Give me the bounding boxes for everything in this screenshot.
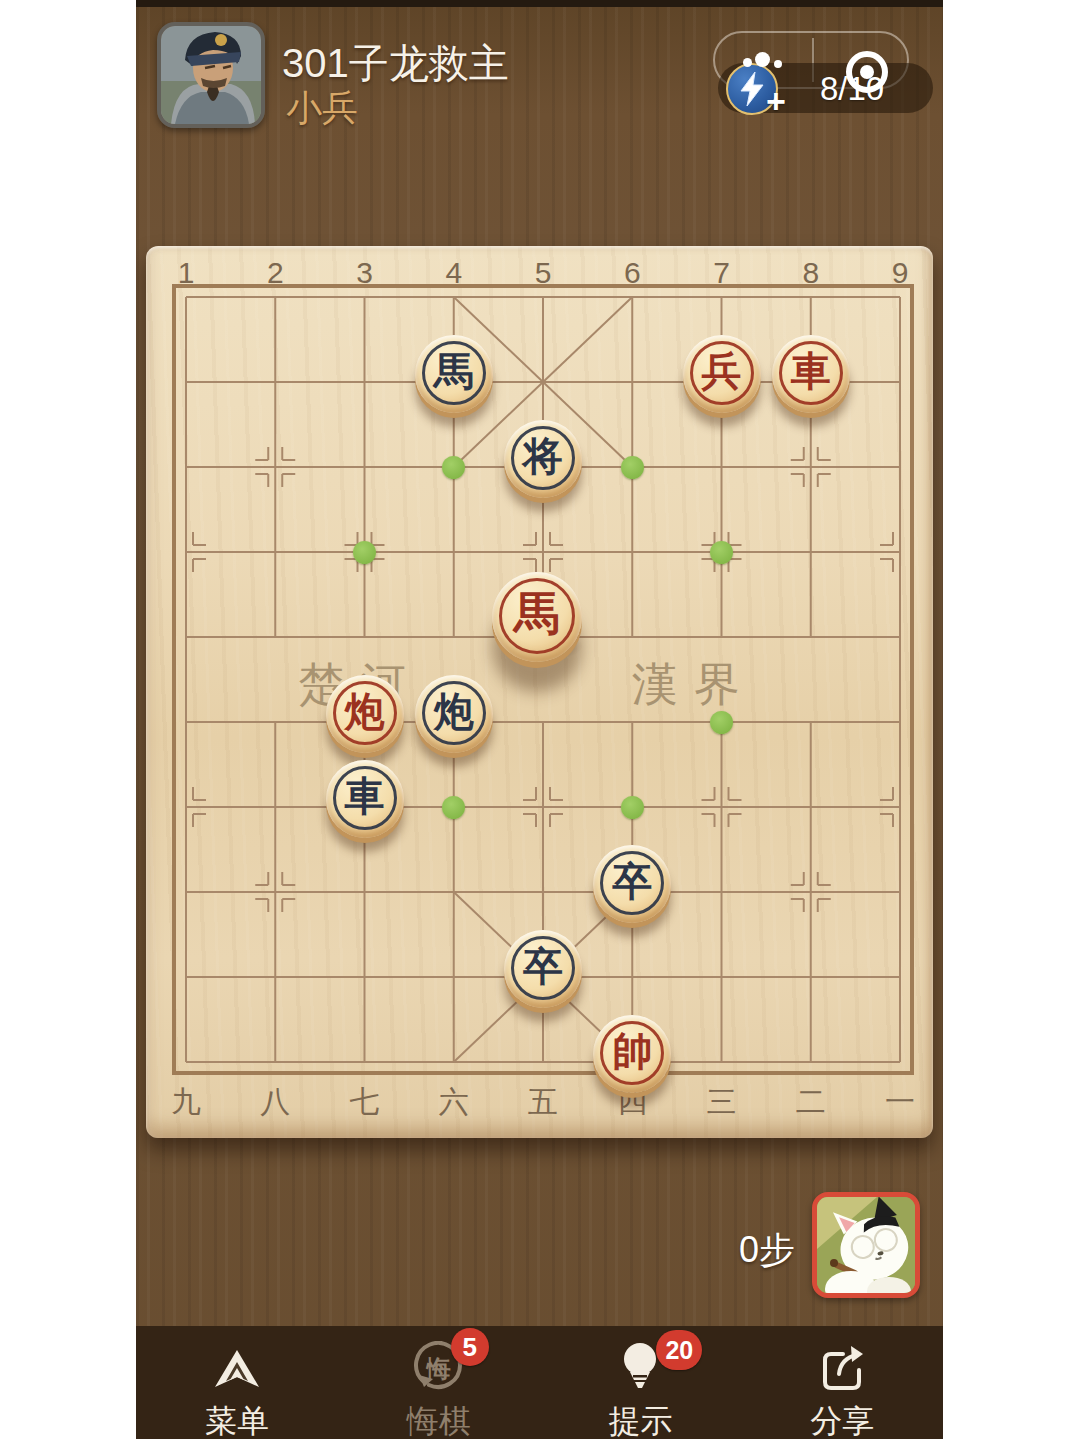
- file-label-top: 6: [614, 256, 650, 290]
- energy-plus-icon[interactable]: +: [766, 84, 786, 118]
- piece-glyph: 馬: [492, 572, 582, 657]
- nav-undo[interactable]: 悔 5 悔棋: [369, 1340, 509, 1439]
- difficulty-label: 小兵: [286, 84, 358, 133]
- black-piece-馬[interactable]: 馬: [415, 335, 493, 413]
- page-canvas: 301子龙救主 小兵 + 8/10 123456789九八七六五四三二一楚河漢界…: [0, 0, 1080, 1439]
- black-piece-卒[interactable]: 卒: [593, 845, 671, 923]
- file-label-bottom: 八: [257, 1082, 293, 1123]
- river-label-right: 漢界: [632, 654, 756, 716]
- nav-menu[interactable]: 菜单: [167, 1340, 307, 1439]
- move-hint-dot[interactable]: [442, 456, 465, 479]
- red-piece-帥[interactable]: 帥: [593, 1015, 671, 1093]
- file-label-bottom: 一: [882, 1082, 918, 1123]
- file-label-top: 9: [882, 256, 918, 290]
- piece-glyph: 将: [504, 420, 582, 493]
- black-piece-卒[interactable]: 卒: [504, 930, 582, 1008]
- app-screen: 301子龙救主 小兵 + 8/10 123456789九八七六五四三二一楚河漢界…: [136, 0, 943, 1439]
- piece-glyph: 炮: [415, 675, 493, 748]
- red-piece-炮[interactable]: 炮: [326, 675, 404, 753]
- black-piece-炮[interactable]: 炮: [415, 675, 493, 753]
- file-label-top: 1: [168, 256, 204, 290]
- file-label-bottom: 三: [704, 1082, 740, 1123]
- sparkle-dot: [743, 58, 752, 67]
- file-label-bottom: 二: [793, 1082, 829, 1123]
- file-label-top: 7: [704, 256, 740, 290]
- file-label-top: 8: [793, 256, 829, 290]
- red-piece-馬[interactable]: 馬: [492, 572, 582, 662]
- piece-glyph: 卒: [593, 845, 671, 918]
- file-label-bottom: 九: [168, 1082, 204, 1123]
- nav-share[interactable]: 分享: [772, 1340, 912, 1439]
- hint-bulb-icon: 20: [616, 1340, 664, 1398]
- undo-badge: 5: [451, 1328, 489, 1366]
- red-piece-兵[interactable]: 兵: [683, 335, 761, 413]
- player-cat-avatar[interactable]: [812, 1192, 920, 1298]
- black-piece-将[interactable]: 将: [504, 420, 582, 498]
- file-label-top: 3: [347, 256, 383, 290]
- share-icon: [815, 1340, 869, 1398]
- menu-arrow-icon: [212, 1340, 262, 1398]
- move-hint-dot[interactable]: [710, 541, 733, 564]
- sparkle-dot: [755, 52, 770, 67]
- target-icon[interactable]: [846, 51, 888, 93]
- piece-glyph: 炮: [326, 675, 404, 748]
- move-hint-dot[interactable]: [710, 711, 733, 734]
- file-label-top: 4: [436, 256, 472, 290]
- piece-glyph: 馬: [415, 335, 493, 408]
- piece-glyph: 卒: [504, 930, 582, 1003]
- svg-text:悔: 悔: [425, 1355, 451, 1383]
- bottom-nav: 菜单 悔 5 悔棋: [136, 1326, 943, 1439]
- nav-hint-label: 提示: [608, 1400, 672, 1439]
- nav-undo-label: 悔棋: [407, 1400, 471, 1439]
- page-title: 301子龙救主: [282, 36, 509, 91]
- move-hint-dot[interactable]: [621, 796, 644, 819]
- hint-badge: 20: [656, 1330, 702, 1370]
- cat-portrait-icon: [817, 1197, 915, 1293]
- piece-glyph: 帥: [593, 1015, 671, 1088]
- step-counter: 0步: [739, 1226, 795, 1275]
- file-label-top: 2: [257, 256, 293, 290]
- xiangqi-board: 123456789九八七六五四三二一楚河漢界馬兵車将馬炮炮車卒卒帥: [146, 246, 933, 1138]
- file-label-bottom: 五: [525, 1082, 561, 1123]
- move-hint-dot[interactable]: [353, 541, 376, 564]
- piece-glyph: 車: [772, 335, 850, 408]
- black-piece-車[interactable]: 車: [326, 760, 404, 838]
- move-hint-dot[interactable]: [621, 456, 644, 479]
- sparkle-dot: [774, 60, 782, 68]
- file-label-bottom: 六: [436, 1082, 472, 1123]
- file-label-bottom: 七: [347, 1082, 383, 1123]
- red-piece-車[interactable]: 車: [772, 335, 850, 413]
- nav-share-label: 分享: [810, 1400, 874, 1439]
- general-portrait-icon: [161, 26, 261, 124]
- top-edge-strip: [136, 0, 943, 7]
- file-label-top: 5: [525, 256, 561, 290]
- undo-icon: 悔 5: [411, 1340, 467, 1398]
- piece-glyph: 兵: [683, 335, 761, 408]
- nav-hint[interactable]: 20 提示: [570, 1340, 710, 1439]
- nav-menu-label: 菜单: [205, 1400, 269, 1439]
- move-hint-dot[interactable]: [442, 796, 465, 819]
- piece-glyph: 車: [326, 760, 404, 833]
- level-avatar[interactable]: [157, 22, 265, 128]
